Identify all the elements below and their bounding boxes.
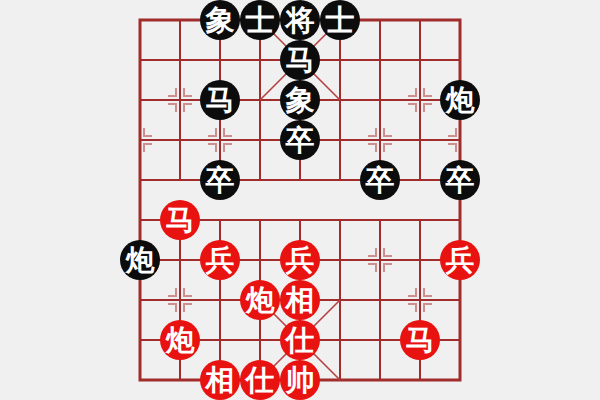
piece-black-elephant[interactable]: 象 <box>200 0 240 40</box>
piece-black-advisor[interactable]: 士 <box>320 0 360 40</box>
piece-red-pawn[interactable]: 兵 <box>200 240 240 280</box>
piece-red-cannon[interactable]: 炮 <box>160 320 200 360</box>
piece-black-cannon[interactable]: 炮 <box>440 80 480 120</box>
pieces-layer[interactable]: 象士将士马马象炮卒卒卒卒炮马兵兵兵炮相炮仕马相仕帅 <box>120 0 480 400</box>
piece-red-elephant[interactable]: 相 <box>200 360 240 400</box>
piece-red-pawn[interactable]: 兵 <box>280 240 320 280</box>
piece-red-advisor[interactable]: 仕 <box>280 320 320 360</box>
piece-red-cannon[interactable]: 炮 <box>240 280 280 320</box>
piece-black-elephant[interactable]: 象 <box>280 80 320 120</box>
piece-black-horse[interactable]: 马 <box>280 40 320 80</box>
piece-black-cannon[interactable]: 炮 <box>120 240 160 280</box>
xiangqi-app: 象士将士马马象炮卒卒卒卒炮马兵兵兵炮相炮仕马相仕帅 <box>0 0 600 400</box>
piece-red-advisor[interactable]: 仕 <box>240 360 280 400</box>
piece-red-king[interactable]: 帅 <box>280 360 320 400</box>
piece-red-pawn[interactable]: 兵 <box>440 240 480 280</box>
piece-red-elephant[interactable]: 相 <box>280 280 320 320</box>
piece-black-pawn[interactable]: 卒 <box>360 160 400 200</box>
piece-black-pawn[interactable]: 卒 <box>440 160 480 200</box>
piece-black-pawn[interactable]: 卒 <box>280 120 320 160</box>
piece-black-advisor[interactable]: 士 <box>240 0 280 40</box>
piece-black-pawn[interactable]: 卒 <box>200 160 240 200</box>
piece-red-horse[interactable]: 马 <box>160 200 200 240</box>
piece-black-king[interactable]: 将 <box>280 0 320 40</box>
piece-red-horse[interactable]: 马 <box>400 320 440 360</box>
piece-black-horse[interactable]: 马 <box>200 80 240 120</box>
